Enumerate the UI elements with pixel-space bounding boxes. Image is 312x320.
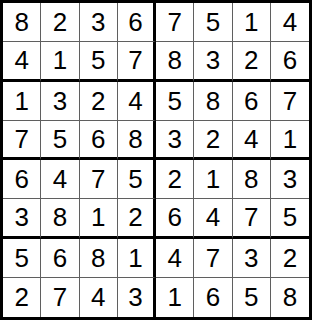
cell-r3c4: 4: [118, 82, 156, 121]
cell-r6c3: 1: [80, 199, 118, 238]
cell-r2c1: 4: [3, 42, 41, 81]
cell-r5c1: 6: [3, 160, 41, 199]
cell-r3c8: 7: [271, 82, 309, 121]
cell-r6c8: 5: [271, 199, 309, 238]
cell-r1c7: 1: [233, 3, 271, 42]
cell-r6c2: 8: [41, 199, 79, 238]
cell-r3c7: 6: [233, 82, 271, 121]
sudoku-board: 8236751441578326132458677568324164752183…: [0, 0, 312, 320]
cell-r1c1: 8: [3, 3, 41, 42]
cell-r7c1: 5: [3, 239, 41, 278]
cell-r5c4: 5: [118, 160, 156, 199]
cell-r6c7: 7: [233, 199, 271, 238]
cell-r8c1: 2: [3, 278, 41, 317]
cell-r2c3: 5: [80, 42, 118, 81]
cell-r1c6: 5: [194, 3, 232, 42]
cell-r1c4: 6: [118, 3, 156, 42]
cell-r4c1: 7: [3, 121, 41, 160]
cell-r7c8: 2: [271, 239, 309, 278]
cell-r7c2: 6: [41, 239, 79, 278]
cell-r4c8: 1: [271, 121, 309, 160]
cell-r7c3: 8: [80, 239, 118, 278]
cell-r3c5: 5: [156, 82, 194, 121]
cell-r1c2: 2: [41, 3, 79, 42]
cell-r7c5: 4: [156, 239, 194, 278]
cell-r5c3: 7: [80, 160, 118, 199]
cell-r7c4: 1: [118, 239, 156, 278]
cell-r3c3: 2: [80, 82, 118, 121]
cell-r8c4: 3: [118, 278, 156, 317]
cell-r4c6: 2: [194, 121, 232, 160]
cell-r5c5: 2: [156, 160, 194, 199]
cell-r2c4: 7: [118, 42, 156, 81]
cell-r2c8: 6: [271, 42, 309, 81]
cell-r1c5: 7: [156, 3, 194, 42]
cell-r1c8: 4: [271, 3, 309, 42]
cell-r5c2: 4: [41, 160, 79, 199]
cell-r7c7: 3: [233, 239, 271, 278]
cell-r8c8: 8: [271, 278, 309, 317]
cell-r2c2: 1: [41, 42, 79, 81]
cell-r2c5: 8: [156, 42, 194, 81]
cell-r3c6: 8: [194, 82, 232, 121]
cell-r6c1: 3: [3, 199, 41, 238]
cell-r6c5: 6: [156, 199, 194, 238]
cell-r8c7: 5: [233, 278, 271, 317]
cell-r8c5: 1: [156, 278, 194, 317]
cell-r2c6: 3: [194, 42, 232, 81]
cell-r5c8: 3: [271, 160, 309, 199]
cell-r8c6: 6: [194, 278, 232, 317]
cell-r2c7: 2: [233, 42, 271, 81]
cell-r5c6: 1: [194, 160, 232, 199]
cell-r8c2: 7: [41, 278, 79, 317]
cell-r4c5: 3: [156, 121, 194, 160]
cell-r3c2: 3: [41, 82, 79, 121]
cell-r8c3: 4: [80, 278, 118, 317]
cell-r4c3: 6: [80, 121, 118, 160]
cell-r4c4: 8: [118, 121, 156, 160]
cell-r3c1: 1: [3, 82, 41, 121]
cell-r5c7: 8: [233, 160, 271, 199]
cell-r4c2: 5: [41, 121, 79, 160]
cell-r1c3: 3: [80, 3, 118, 42]
cell-r6c6: 4: [194, 199, 232, 238]
cell-r7c6: 7: [194, 239, 232, 278]
cell-r6c4: 2: [118, 199, 156, 238]
cell-r4c7: 4: [233, 121, 271, 160]
